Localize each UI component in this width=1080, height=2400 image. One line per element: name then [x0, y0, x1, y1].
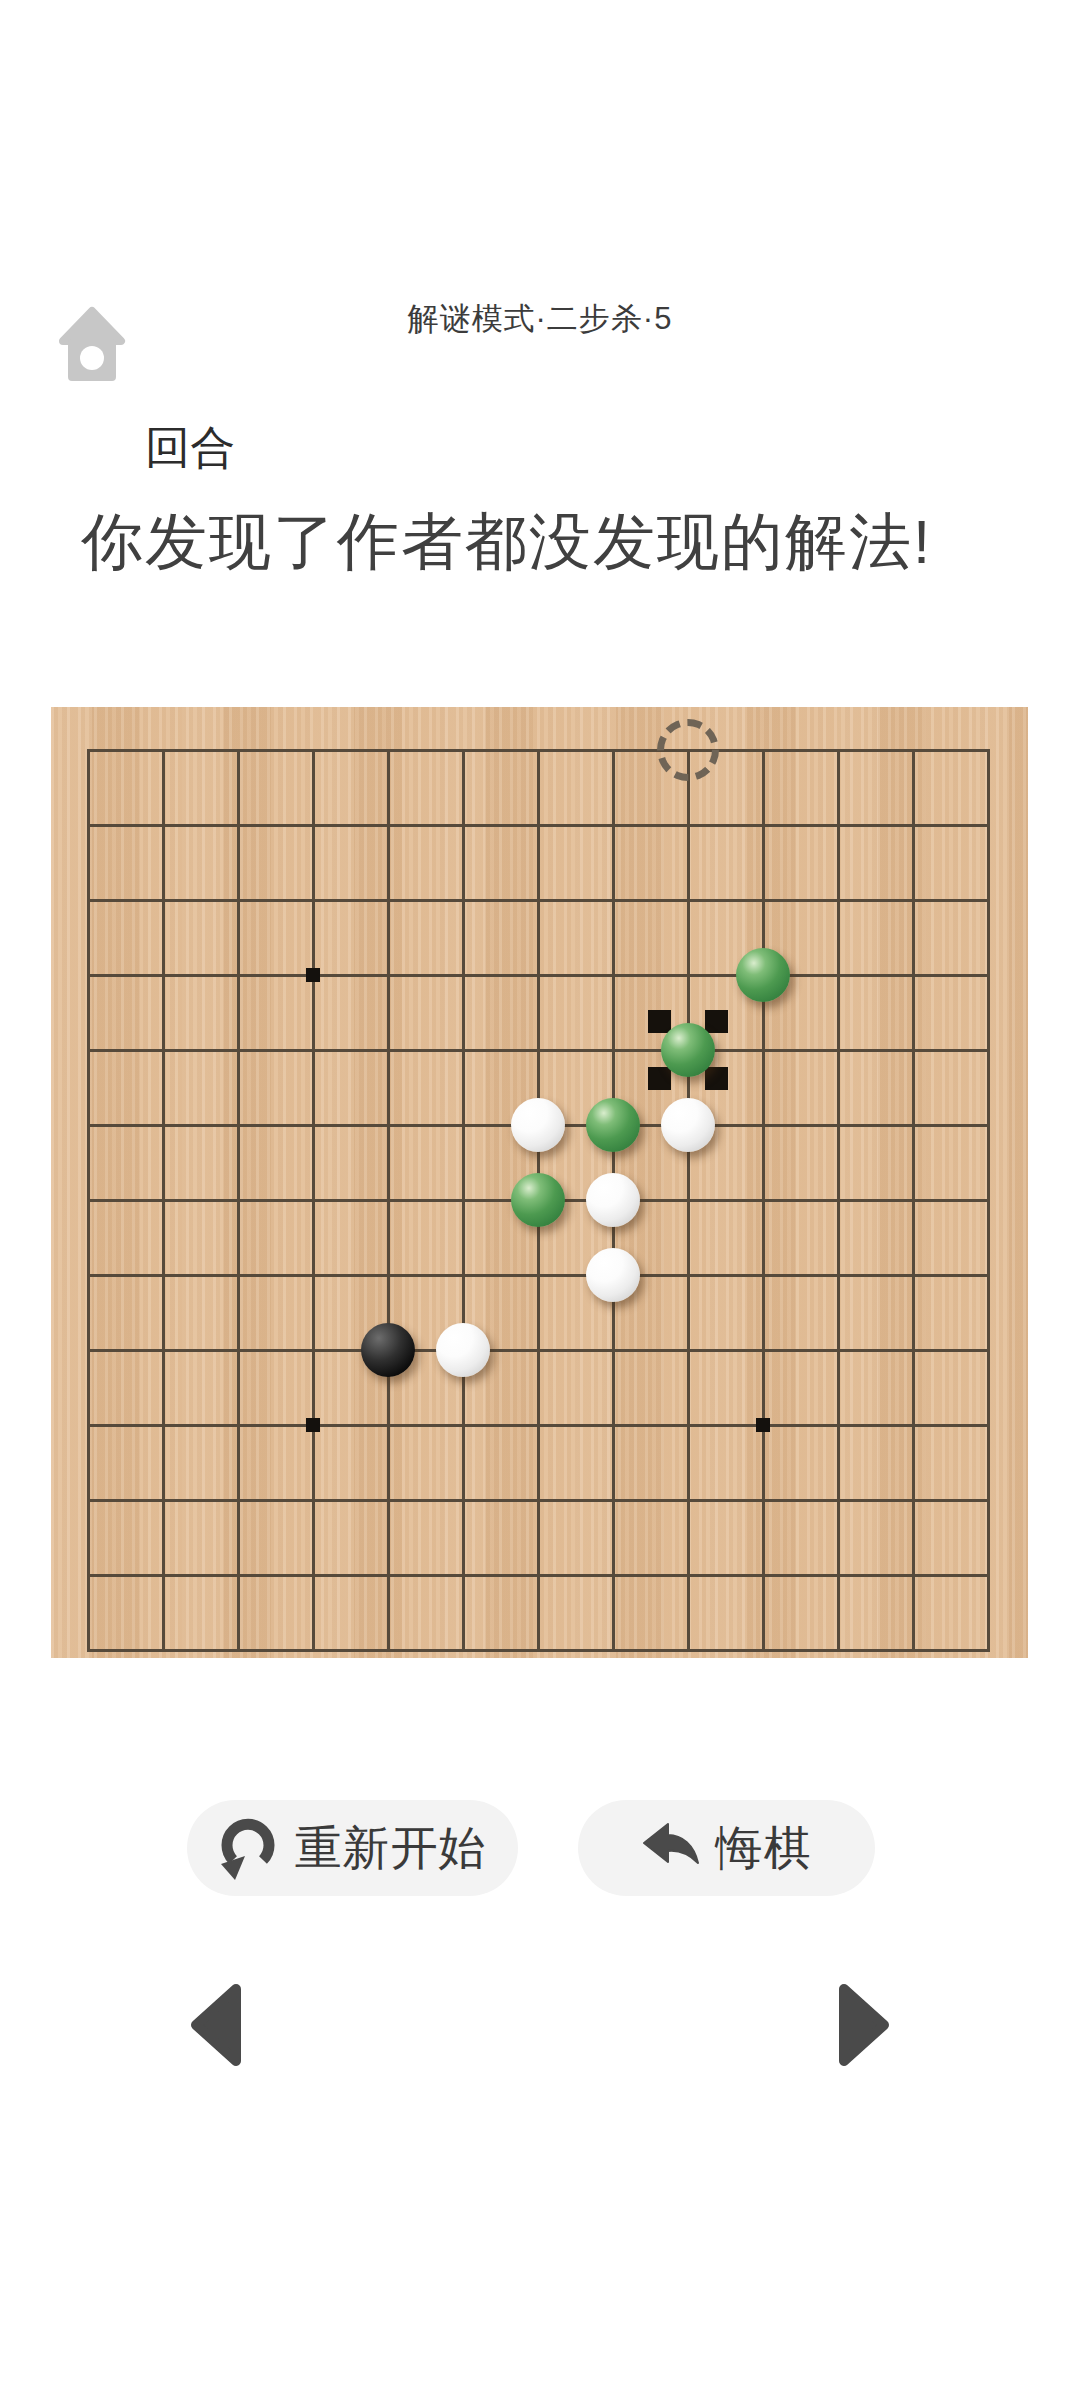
next-level-button[interactable]: [828, 1975, 900, 2079]
restart-button[interactable]: 重新开始: [187, 1800, 518, 1896]
undo-icon: [642, 1823, 700, 1873]
gomoku-board[interactable]: [51, 707, 1028, 1658]
undo-button-label: 悔棋: [716, 1817, 812, 1880]
undo-button[interactable]: 悔棋: [578, 1800, 875, 1896]
levels-menu-button[interactable]: [503, 1988, 577, 2062]
restart-button-label: 重新开始: [295, 1817, 487, 1880]
green-stone: [511, 1173, 565, 1227]
white-stone: [586, 1248, 640, 1302]
restart-icon: [219, 1812, 279, 1884]
green-stone: [736, 948, 790, 1002]
next-triangle-icon: [836, 1981, 892, 2073]
white-stone: [586, 1173, 640, 1227]
prev-triangle-icon: [188, 1981, 244, 2073]
round-label: 回合: [145, 418, 235, 478]
green-stone: [661, 1023, 715, 1077]
green-stone: [586, 1098, 640, 1152]
white-stone: [661, 1098, 715, 1152]
prev-level-button[interactable]: [180, 1975, 252, 2079]
white-stone: [436, 1323, 490, 1377]
suggested-move-marker[interactable]: [657, 719, 719, 781]
black-stone: [361, 1323, 415, 1377]
page-title: 解谜模式·二步杀·5: [0, 298, 1080, 340]
stones-grid: [51, 713, 1026, 1688]
result-message: 你发现了作者都没发现的解法!: [81, 500, 932, 584]
white-stone: [511, 1098, 565, 1152]
